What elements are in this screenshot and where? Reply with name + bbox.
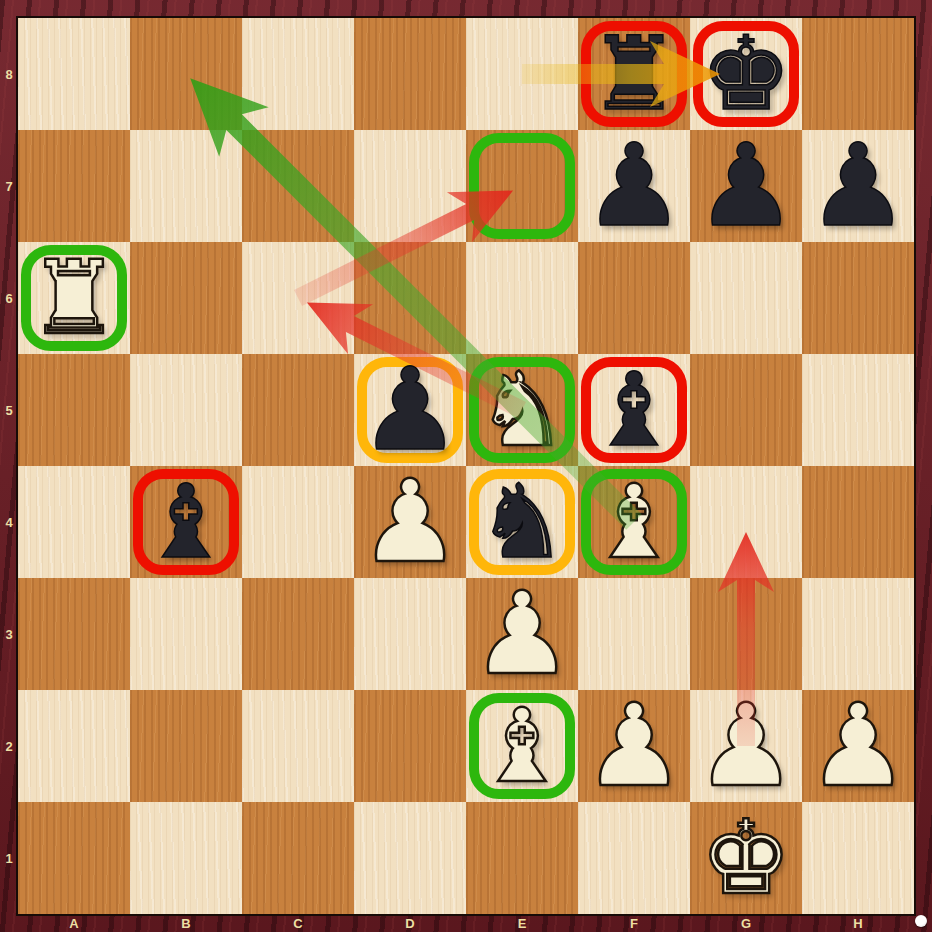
square-c1[interactable] [242, 802, 354, 914]
square-c2[interactable] [242, 690, 354, 802]
square-b4[interactable]: ♝ [130, 466, 242, 578]
square-h3[interactable] [802, 578, 914, 690]
square-g8[interactable]: ♚ [690, 18, 802, 130]
square-e6[interactable] [466, 242, 578, 354]
piece-black-king-g8[interactable]: ♚ [690, 18, 802, 130]
square-e5[interactable]: ♞ [466, 354, 578, 466]
piece-white-bishop-e2[interactable]: ♝ [466, 690, 578, 802]
piece-black-rook-f8[interactable]: ♜ [578, 18, 690, 130]
square-b7[interactable] [130, 130, 242, 242]
square-d7[interactable] [354, 130, 466, 242]
square-a7[interactable] [18, 130, 130, 242]
rank-label-1: 1 [0, 802, 18, 914]
rank-labels: 87654321 [0, 18, 18, 914]
file-label-c: C [242, 914, 354, 932]
piece-white-bishop-f4[interactable]: ♝ [578, 466, 690, 578]
piece-white-pawn-f2[interactable]: ♟ [578, 690, 690, 802]
square-b6[interactable] [130, 242, 242, 354]
square-d5[interactable]: ♟ [354, 354, 466, 466]
square-g1[interactable]: ♚ [690, 802, 802, 914]
square-a4[interactable] [18, 466, 130, 578]
file-label-f: F [578, 914, 690, 932]
square-h6[interactable] [802, 242, 914, 354]
piece-white-pawn-e3[interactable]: ♟ [466, 578, 578, 690]
piece-black-pawn-d5[interactable]: ♟ [354, 354, 466, 466]
square-h4[interactable] [802, 466, 914, 578]
square-f4[interactable]: ♝ [578, 466, 690, 578]
piece-black-pawn-g7[interactable]: ♟ [690, 130, 802, 242]
rank-label-4: 4 [0, 466, 18, 578]
piece-white-rook-a6[interactable]: ♜ [18, 242, 130, 354]
square-b1[interactable] [130, 802, 242, 914]
square-c5[interactable] [242, 354, 354, 466]
square-b3[interactable] [130, 578, 242, 690]
square-g4[interactable] [690, 466, 802, 578]
square-f6[interactable] [578, 242, 690, 354]
piece-white-pawn-h2[interactable]: ♟ [802, 690, 914, 802]
square-g6[interactable] [690, 242, 802, 354]
square-a2[interactable] [18, 690, 130, 802]
square-h1[interactable] [802, 802, 914, 914]
square-a1[interactable] [18, 802, 130, 914]
board-squares: ♜♚♟♟♟♜♟♞♝♝♟♞♝♟♝♟♟♟♚ [18, 18, 914, 914]
piece-black-knight-e4[interactable]: ♞ [466, 466, 578, 578]
square-b8[interactable] [130, 18, 242, 130]
square-c3[interactable] [242, 578, 354, 690]
rank-label-7: 7 [0, 130, 18, 242]
square-f1[interactable] [578, 802, 690, 914]
file-label-d: D [354, 914, 466, 932]
square-c6[interactable] [242, 242, 354, 354]
piece-white-knight-e5[interactable]: ♞ [466, 354, 578, 466]
square-a3[interactable] [18, 578, 130, 690]
square-d6[interactable] [354, 242, 466, 354]
file-label-a: A [18, 914, 130, 932]
square-b5[interactable] [130, 354, 242, 466]
rank-label-2: 2 [0, 690, 18, 802]
square-e1[interactable] [466, 802, 578, 914]
rank-label-5: 5 [0, 354, 18, 466]
rank-label-8: 8 [0, 18, 18, 130]
piece-black-pawn-f7[interactable]: ♟ [578, 130, 690, 242]
square-g5[interactable] [690, 354, 802, 466]
square-c7[interactable] [242, 130, 354, 242]
square-d4[interactable]: ♟ [354, 466, 466, 578]
square-h2[interactable]: ♟ [802, 690, 914, 802]
piece-black-pawn-h7[interactable]: ♟ [802, 130, 914, 242]
square-c8[interactable] [242, 18, 354, 130]
square-h7[interactable]: ♟ [802, 130, 914, 242]
square-f5[interactable]: ♝ [578, 354, 690, 466]
square-e7[interactable] [466, 130, 578, 242]
square-g2[interactable]: ♟ [690, 690, 802, 802]
piece-black-bishop-f5[interactable]: ♝ [578, 354, 690, 466]
white-to-move-indicator [915, 915, 927, 927]
square-a6[interactable]: ♜ [18, 242, 130, 354]
rank-label-3: 3 [0, 578, 18, 690]
square-h5[interactable] [802, 354, 914, 466]
square-f2[interactable]: ♟ [578, 690, 690, 802]
square-f8[interactable]: ♜ [578, 18, 690, 130]
square-a8[interactable] [18, 18, 130, 130]
square-d1[interactable] [354, 802, 466, 914]
rank-label-6: 6 [0, 242, 18, 354]
piece-white-pawn-d4[interactable]: ♟ [354, 466, 466, 578]
square-c4[interactable] [242, 466, 354, 578]
square-a5[interactable] [18, 354, 130, 466]
square-f3[interactable] [578, 578, 690, 690]
highlight-green-e7 [469, 133, 575, 239]
square-e8[interactable] [466, 18, 578, 130]
square-d2[interactable] [354, 690, 466, 802]
chess-board: ♜♚♟♟♟♜♟♞♝♝♟♞♝♟♝♟♟♟♚ 87654321 ABCDEFGH [0, 0, 932, 932]
square-f7[interactable]: ♟ [578, 130, 690, 242]
square-b2[interactable] [130, 690, 242, 802]
square-e4[interactable]: ♞ [466, 466, 578, 578]
square-g3[interactable] [690, 578, 802, 690]
piece-white-pawn-g2[interactable]: ♟ [690, 690, 802, 802]
file-label-h: H [802, 914, 914, 932]
square-g7[interactable]: ♟ [690, 130, 802, 242]
file-label-b: B [130, 914, 242, 932]
square-e2[interactable]: ♝ [466, 690, 578, 802]
square-h8[interactable] [802, 18, 914, 130]
square-d8[interactable] [354, 18, 466, 130]
piece-black-bishop-b4[interactable]: ♝ [130, 466, 242, 578]
piece-white-king-g1[interactable]: ♚ [690, 802, 802, 914]
square-d3[interactable] [354, 578, 466, 690]
square-e3[interactable]: ♟ [466, 578, 578, 690]
file-label-e: E [466, 914, 578, 932]
